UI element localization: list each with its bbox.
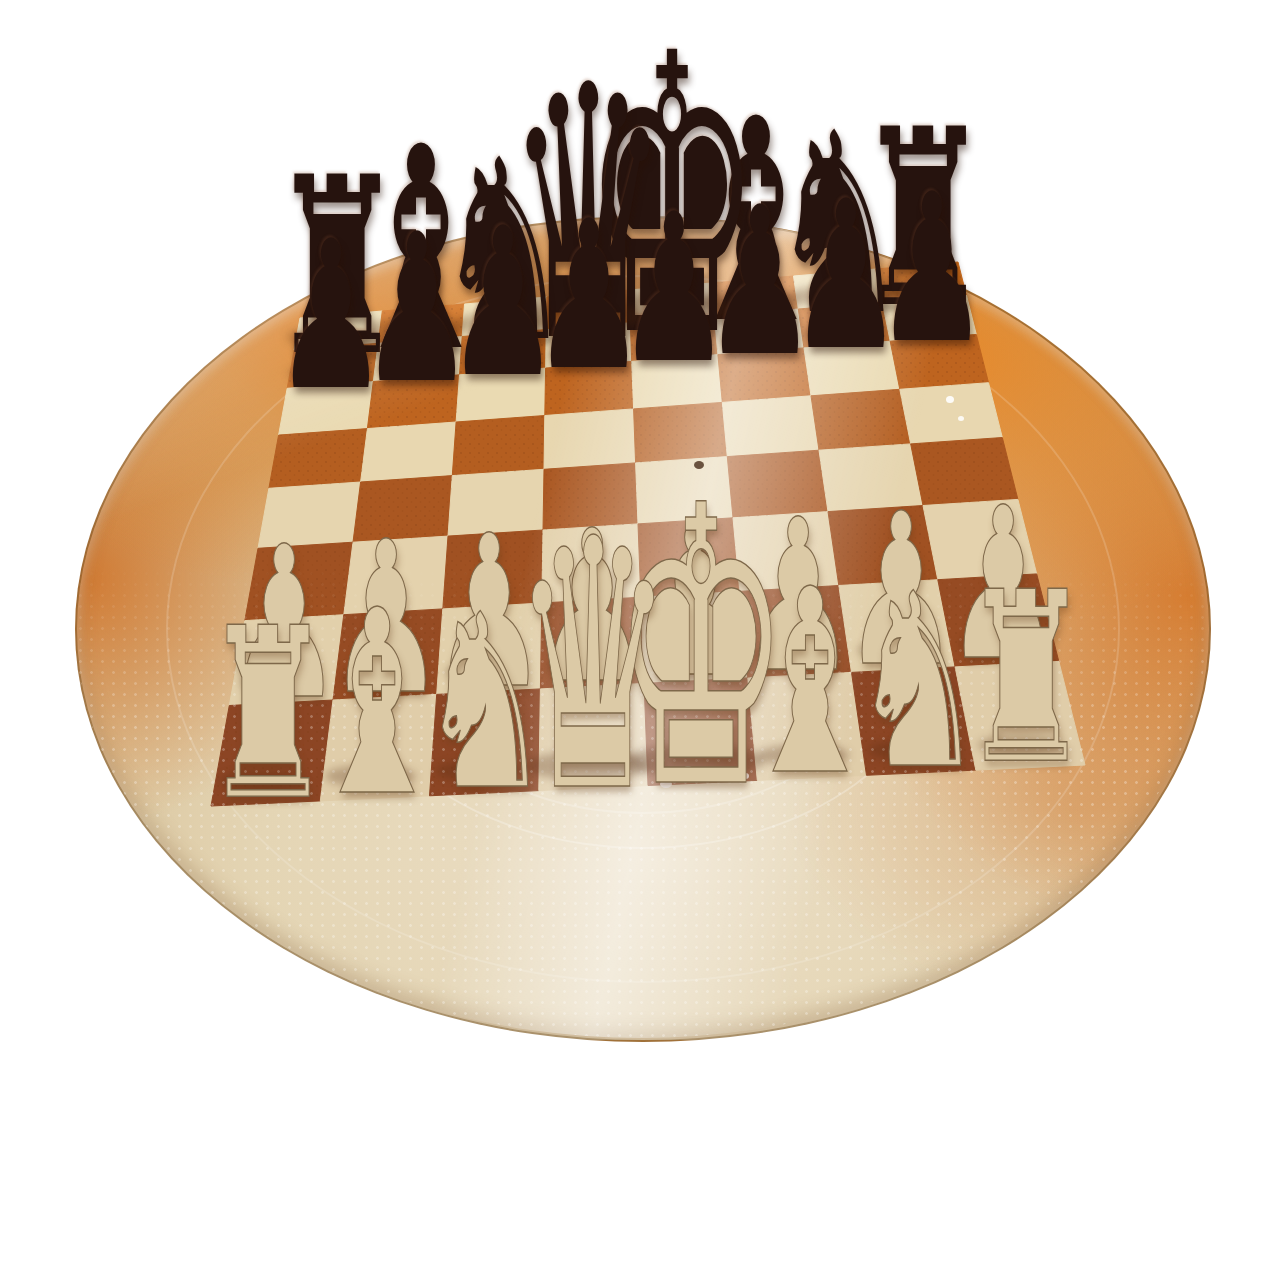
piece-white-rook-a1: ♜ <box>203 597 334 832</box>
pieces-layer: ♜♝♞♛♚♝♞♜♟♟♟♟♟♟♟♟♟♟♟♟♟♟♟♟♜♝♞♛♚♝♞♜ <box>0 0 1280 1280</box>
photo-scene: ♜♝♞♛♚♝♞♜♟♟♟♟♟♟♟♟♟♟♟♟♟♟♟♟♜♝♞♛♚♝♞♜ <box>0 0 1280 1280</box>
piece-black-pawn-a7: ♟ <box>274 214 388 419</box>
